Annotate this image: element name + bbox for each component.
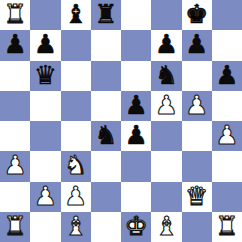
- square-d4[interactable]: ♞: [91, 121, 121, 151]
- square-c6[interactable]: [61, 61, 91, 91]
- square-b8[interactable]: [30, 0, 60, 30]
- square-h4[interactable]: ♟: [212, 121, 242, 151]
- square-c1[interactable]: ♝: [61, 212, 91, 242]
- square-g2[interactable]: ♛: [182, 182, 212, 212]
- square-g3[interactable]: [182, 151, 212, 181]
- square-h3[interactable]: [212, 151, 242, 181]
- square-e4[interactable]: ♟: [121, 121, 151, 151]
- square-c3[interactable]: ♞: [61, 151, 91, 181]
- black-bishop-icon[interactable]: ♝: [64, 1, 87, 27]
- square-d5[interactable]: [91, 91, 121, 121]
- white-pawn-icon[interactable]: ♟: [155, 92, 178, 118]
- square-h8[interactable]: [212, 0, 242, 30]
- square-g1[interactable]: [182, 212, 212, 242]
- white-pawn-icon[interactable]: ♟: [215, 122, 238, 148]
- black-pawn-icon[interactable]: ♟: [124, 92, 147, 118]
- square-f2[interactable]: [151, 182, 181, 212]
- square-d1[interactable]: [91, 212, 121, 242]
- square-b7[interactable]: ♟: [30, 30, 60, 60]
- black-pawn-icon[interactable]: ♟: [34, 31, 57, 57]
- square-d6[interactable]: [91, 61, 121, 91]
- square-g5[interactable]: ♟: [182, 91, 212, 121]
- white-rook-icon[interactable]: ♜: [215, 213, 238, 239]
- square-d3[interactable]: [91, 151, 121, 181]
- black-queen-icon[interactable]: ♛: [34, 62, 57, 88]
- black-knight-icon[interactable]: ♞: [94, 122, 117, 148]
- square-b3[interactable]: [30, 151, 60, 181]
- square-f1[interactable]: ♝: [151, 212, 181, 242]
- square-h7[interactable]: [212, 30, 242, 60]
- square-a6[interactable]: [0, 61, 30, 91]
- square-e5[interactable]: ♟: [121, 91, 151, 121]
- white-queen-icon[interactable]: ♛: [185, 183, 208, 209]
- square-a4[interactable]: [0, 121, 30, 151]
- square-f6[interactable]: ♞: [151, 61, 181, 91]
- black-pawn-icon[interactable]: ♟: [215, 62, 238, 88]
- square-g6[interactable]: [182, 61, 212, 91]
- square-g8[interactable]: ♚: [182, 0, 212, 30]
- white-bishop-icon[interactable]: ♝: [64, 213, 87, 239]
- square-b2[interactable]: ♟: [30, 182, 60, 212]
- square-a8[interactable]: ♜: [0, 0, 30, 30]
- square-c2[interactable]: ♟: [61, 182, 91, 212]
- white-pawn-icon[interactable]: ♟: [3, 152, 26, 178]
- white-pawn-icon[interactable]: ♟: [34, 183, 57, 209]
- square-e2[interactable]: [121, 182, 151, 212]
- white-rook-icon[interactable]: ♜: [3, 1, 26, 27]
- square-b1[interactable]: [30, 212, 60, 242]
- square-e6[interactable]: [121, 61, 151, 91]
- white-knight-icon[interactable]: ♞: [64, 152, 87, 178]
- black-pawn-icon[interactable]: ♟: [3, 31, 26, 57]
- white-pawn-icon[interactable]: ♟: [64, 183, 87, 209]
- square-h2[interactable]: [212, 182, 242, 212]
- square-b6[interactable]: ♛: [30, 61, 60, 91]
- square-f4[interactable]: [151, 121, 181, 151]
- black-pawn-icon[interactable]: ♟: [185, 31, 208, 57]
- square-c5[interactable]: [61, 91, 91, 121]
- square-g4[interactable]: [182, 121, 212, 151]
- square-e3[interactable]: [121, 151, 151, 181]
- square-d2[interactable]: [91, 182, 121, 212]
- chess-board: ♜♝♜♚♟♟♟♟♛♞♟♟♟♟♞♟♟♟♞♟♟♛♜♝♚♝♜: [0, 0, 242, 242]
- white-pawn-icon[interactable]: ♟: [185, 92, 208, 118]
- square-f3[interactable]: [151, 151, 181, 181]
- white-rook-icon[interactable]: ♜: [3, 213, 26, 239]
- square-b5[interactable]: [30, 91, 60, 121]
- square-h1[interactable]: ♜: [212, 212, 242, 242]
- square-f5[interactable]: ♟: [151, 91, 181, 121]
- square-d8[interactable]: ♜: [91, 0, 121, 30]
- square-a7[interactable]: ♟: [0, 30, 30, 60]
- black-pawn-icon[interactable]: ♟: [155, 31, 178, 57]
- square-h6[interactable]: ♟: [212, 61, 242, 91]
- square-b4[interactable]: [30, 121, 60, 151]
- square-g7[interactable]: ♟: [182, 30, 212, 60]
- square-h5[interactable]: [212, 91, 242, 121]
- black-knight-icon[interactable]: ♞: [155, 62, 178, 88]
- black-king-icon[interactable]: ♚: [185, 1, 208, 27]
- square-a5[interactable]: [0, 91, 30, 121]
- square-a2[interactable]: [0, 182, 30, 212]
- white-king-icon[interactable]: ♚: [124, 213, 147, 239]
- square-d7[interactable]: [91, 30, 121, 60]
- square-a3[interactable]: ♟: [0, 151, 30, 181]
- square-e1[interactable]: ♚: [121, 212, 151, 242]
- square-f7[interactable]: ♟: [151, 30, 181, 60]
- square-a1[interactable]: ♜: [0, 212, 30, 242]
- black-rook-icon[interactable]: ♜: [94, 1, 117, 27]
- white-bishop-icon[interactable]: ♝: [155, 213, 178, 239]
- black-pawn-icon[interactable]: ♟: [124, 122, 147, 148]
- square-c4[interactable]: [61, 121, 91, 151]
- square-e8[interactable]: [121, 0, 151, 30]
- square-f8[interactable]: [151, 0, 181, 30]
- square-c8[interactable]: ♝: [61, 0, 91, 30]
- square-c7[interactable]: [61, 30, 91, 60]
- square-e7[interactable]: [121, 30, 151, 60]
